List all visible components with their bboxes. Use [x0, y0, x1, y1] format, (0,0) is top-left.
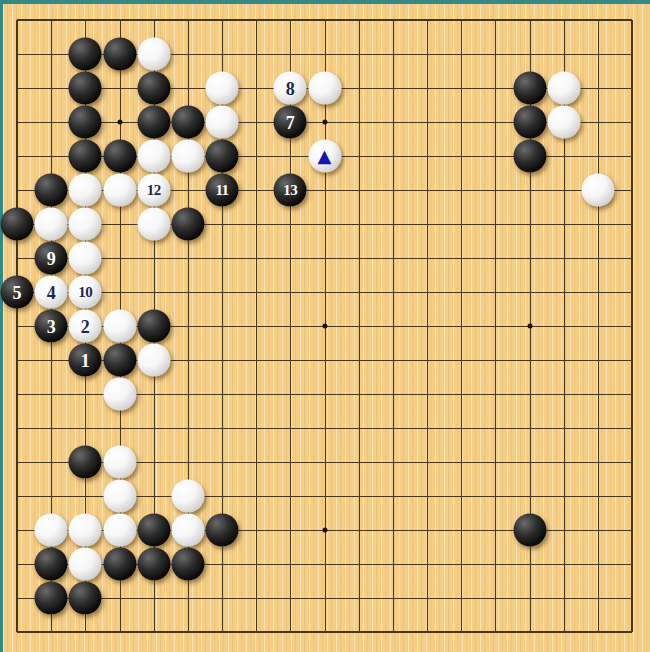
stone-white	[137, 38, 170, 71]
stone-black	[513, 106, 546, 139]
stone-white	[103, 480, 136, 513]
stone-black	[69, 446, 102, 479]
stone-black-move-7: 7	[274, 106, 307, 139]
stone-white	[137, 344, 170, 377]
stone-black-move-5: 5	[1, 276, 34, 309]
stone-black	[513, 514, 546, 547]
stone-black	[69, 106, 102, 139]
stone-white	[547, 72, 580, 105]
star-point	[322, 120, 327, 125]
stone-black	[103, 140, 136, 173]
stone-white-move-12: 12	[137, 174, 170, 207]
move-number: 4	[47, 283, 56, 301]
stone-black	[69, 72, 102, 105]
stone-black	[513, 140, 546, 173]
stone-white-marked: ▲	[308, 140, 341, 173]
screenshot-root: { "game": "go", "board": { "size": 19, "…	[0, 0, 650, 652]
stone-white	[103, 174, 136, 207]
stone-black	[103, 38, 136, 71]
stone-black	[137, 310, 170, 343]
stone-black	[69, 140, 102, 173]
stone-black-move-1: 1	[69, 344, 102, 377]
stone-white	[69, 514, 102, 547]
stone-black	[69, 582, 102, 615]
stone-white-move-10: 10	[69, 276, 102, 309]
stone-black	[171, 106, 204, 139]
stone-white	[69, 242, 102, 275]
star-point	[322, 324, 327, 329]
stone-black	[69, 38, 102, 71]
stone-black-move-13: 13	[274, 174, 307, 207]
move-number: 11	[215, 183, 228, 198]
stone-black	[137, 514, 170, 547]
grid-line-horizontal	[17, 598, 632, 599]
stone-black	[103, 344, 136, 377]
stone-white	[206, 106, 239, 139]
stone-black	[137, 548, 170, 581]
grid-line-horizontal	[17, 428, 632, 429]
stone-white	[69, 174, 102, 207]
stone-white-move-8: 8	[274, 72, 307, 105]
triangle-mark-icon: ▲	[318, 146, 332, 164]
grid-line-horizontal	[17, 631, 632, 633]
stone-white	[35, 514, 68, 547]
go-board[interactable]: 87▲12111395410321	[3, 4, 650, 652]
stone-black	[206, 140, 239, 173]
move-number: 3	[47, 317, 56, 335]
stone-white	[171, 514, 204, 547]
stone-white	[308, 72, 341, 105]
stone-white	[103, 378, 136, 411]
star-point	[527, 324, 532, 329]
stone-white	[137, 208, 170, 241]
stone-white	[69, 548, 102, 581]
star-point	[117, 120, 122, 125]
move-number: 7	[286, 113, 295, 131]
stone-white	[171, 140, 204, 173]
stone-black	[513, 72, 546, 105]
move-number: 9	[47, 249, 56, 267]
grid-line-vertical	[495, 20, 496, 632]
grid-line-vertical	[393, 20, 394, 632]
grid-line-vertical	[427, 20, 428, 632]
stone-black-move-3: 3	[35, 310, 68, 343]
move-number: 13	[283, 183, 297, 198]
stone-white	[35, 208, 68, 241]
stone-white-move-4: 4	[35, 276, 68, 309]
stone-white	[69, 208, 102, 241]
stone-black-move-11: 11	[206, 174, 239, 207]
move-number: 5	[13, 283, 22, 301]
stone-white	[137, 140, 170, 173]
stone-white	[171, 480, 204, 513]
stone-white	[103, 446, 136, 479]
stone-black	[137, 106, 170, 139]
stone-white	[103, 514, 136, 547]
stone-black	[103, 548, 136, 581]
grid-line-vertical	[359, 20, 360, 632]
grid-line-vertical	[631, 20, 633, 632]
stone-black-move-9: 9	[35, 242, 68, 275]
stone-black	[35, 548, 68, 581]
stone-black	[206, 514, 239, 547]
stone-black	[35, 582, 68, 615]
stone-white-move-2: 2	[69, 310, 102, 343]
move-number: 8	[286, 79, 295, 97]
stone-black	[1, 208, 34, 241]
star-point	[322, 528, 327, 533]
grid-line-vertical	[461, 20, 462, 632]
move-number: 10	[78, 285, 92, 300]
stone-black	[171, 548, 204, 581]
stone-black	[137, 72, 170, 105]
move-number: 12	[147, 183, 161, 198]
stone-white	[581, 174, 614, 207]
grid-line-vertical	[598, 20, 599, 632]
stone-black	[171, 208, 204, 241]
stone-white	[206, 72, 239, 105]
stone-black	[35, 174, 68, 207]
move-number: 2	[81, 317, 90, 335]
move-number: 1	[81, 351, 90, 369]
stone-white	[547, 106, 580, 139]
stone-white	[103, 310, 136, 343]
